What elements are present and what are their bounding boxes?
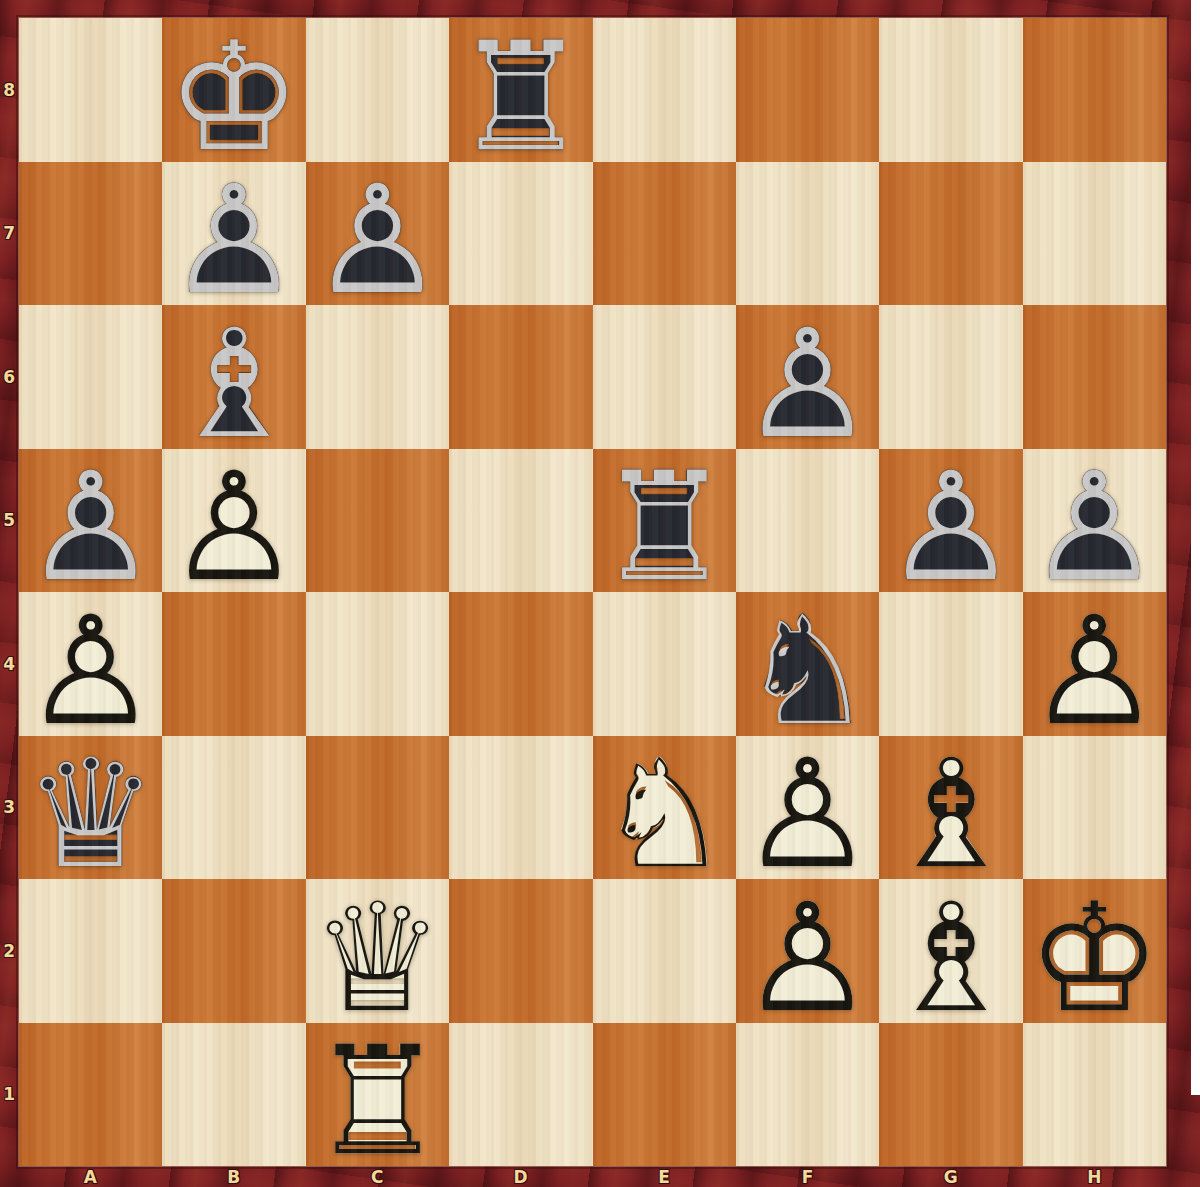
file-label-a: A [19, 1166, 162, 1187]
knight-outline-icon: ♘ [593, 743, 736, 887]
square-c4[interactable] [306, 592, 449, 736]
pawn-outline-icon: ♙ [1023, 456, 1166, 600]
pawn-icon: ♟ [306, 169, 449, 313]
chess-diagram: ♚♔♜♖♟♙♟♙♝♗♟♙♟♙♟♙♜♖♟♙♟♙♟♙♞♘♟♙♛♕♞♘♟♙♝♗♛♕♟♙… [0, 0, 1200, 1187]
square-h1[interactable] [1023, 1023, 1166, 1167]
pawn-icon: ♟ [736, 312, 879, 456]
square-d7[interactable] [449, 162, 592, 306]
pawn-icon: ♟ [1023, 599, 1166, 743]
square-a2[interactable] [19, 879, 162, 1023]
square-e2[interactable] [593, 879, 736, 1023]
file-label-f: F [736, 1166, 879, 1187]
square-g2[interactable]: ♝♗ [879, 879, 1022, 1023]
rank-label-2: 2 [0, 879, 19, 1023]
square-a5[interactable]: ♟♙ [19, 449, 162, 593]
pawn-icon: ♟ [1023, 456, 1166, 600]
square-d6[interactable] [449, 305, 592, 449]
square-b7[interactable]: ♟♙ [162, 162, 305, 306]
pawn-outline-icon: ♙ [1023, 599, 1166, 743]
pawn-icon: ♟ [19, 456, 162, 600]
pawn-outline-icon: ♙ [162, 456, 305, 600]
square-g8[interactable] [879, 18, 1022, 162]
bishop-outline-icon: ♗ [879, 743, 1022, 887]
rank-label-5: 5 [0, 449, 19, 593]
rank-label-6: 6 [0, 305, 19, 449]
piece-white-pawn-f2[interactable]: ♟♙ [736, 879, 879, 1023]
square-f1[interactable] [736, 1023, 879, 1167]
piece-white-rook-c1[interactable]: ♜♖ [306, 1023, 449, 1167]
piece-black-king-b8[interactable]: ♚♔ [162, 18, 305, 162]
square-b2[interactable] [162, 879, 305, 1023]
rook-outline-icon: ♖ [306, 1030, 449, 1174]
piece-black-pawn-c7[interactable]: ♟♙ [306, 162, 449, 306]
square-b6[interactable]: ♝♗ [162, 305, 305, 449]
square-a8[interactable] [19, 18, 162, 162]
pawn-icon: ♟ [162, 169, 305, 313]
file-label-c: C [306, 1166, 449, 1187]
square-e7[interactable] [593, 162, 736, 306]
square-c1[interactable]: ♜♖ [306, 1023, 449, 1167]
bishop-icon: ♝ [879, 743, 1022, 887]
bishop-outline-icon: ♗ [162, 312, 305, 456]
square-f2[interactable]: ♟♙ [736, 879, 879, 1023]
square-c7[interactable]: ♟♙ [306, 162, 449, 306]
square-c8[interactable] [306, 18, 449, 162]
square-g5[interactable]: ♟♙ [879, 449, 1022, 593]
file-label-h: H [1023, 1166, 1166, 1187]
knight-outline-icon: ♘ [736, 599, 879, 743]
queen-outline-icon: ♕ [19, 743, 162, 887]
square-h4[interactable]: ♟♙ [1023, 592, 1166, 736]
square-g1[interactable] [879, 1023, 1022, 1167]
piece-white-pawn-h4[interactable]: ♟♙ [1023, 592, 1166, 736]
square-b3[interactable] [162, 736, 305, 880]
piece-white-pawn-b5[interactable]: ♟♙ [162, 449, 305, 593]
bishop-icon: ♝ [879, 886, 1022, 1030]
piece-white-pawn-f3[interactable]: ♟♙ [736, 736, 879, 880]
square-e5[interactable]: ♜♖ [593, 449, 736, 593]
square-f4[interactable]: ♞♘ [736, 592, 879, 736]
piece-white-bishop-g3[interactable]: ♝♗ [879, 736, 1022, 880]
square-b8[interactable]: ♚♔ [162, 18, 305, 162]
square-f8[interactable] [736, 18, 879, 162]
knight-icon: ♞ [593, 743, 736, 887]
pawn-outline-icon: ♙ [306, 169, 449, 313]
square-d2[interactable] [449, 879, 592, 1023]
file-label-g: G [879, 1166, 1022, 1187]
piece-white-knight-e3[interactable]: ♞♘ [593, 736, 736, 880]
square-d3[interactable] [449, 736, 592, 880]
piece-black-bishop-b6[interactable]: ♝♗ [162, 305, 305, 449]
bishop-outline-icon: ♗ [879, 886, 1022, 1030]
square-c2[interactable]: ♛♕ [306, 879, 449, 1023]
pawn-icon: ♟ [162, 456, 305, 600]
square-g7[interactable] [879, 162, 1022, 306]
square-a3[interactable]: ♛♕ [19, 736, 162, 880]
king-outline-icon: ♔ [162, 25, 305, 169]
square-c3[interactable] [306, 736, 449, 880]
square-e6[interactable] [593, 305, 736, 449]
pawn-icon: ♟ [736, 743, 879, 887]
rank-label-8: 8 [0, 18, 19, 162]
square-d5[interactable] [449, 449, 592, 593]
square-c6[interactable] [306, 305, 449, 449]
rank-label-3: 3 [0, 736, 19, 880]
square-h3[interactable] [1023, 736, 1166, 880]
square-h8[interactable] [1023, 18, 1166, 162]
king-outline-icon: ♔ [1023, 886, 1166, 1030]
square-g6[interactable] [879, 305, 1022, 449]
piece-white-bishop-g2[interactable]: ♝♗ [879, 879, 1022, 1023]
square-b5[interactable]: ♟♙ [162, 449, 305, 593]
piece-black-pawn-g5[interactable]: ♟♙ [879, 449, 1022, 593]
rank-label-4: 4 [0, 592, 19, 736]
scan-edge-artifact [1191, 0, 1200, 1095]
pawn-icon: ♟ [736, 886, 879, 1030]
rook-icon: ♜ [306, 1030, 449, 1174]
piece-black-pawn-a5[interactable]: ♟♙ [19, 449, 162, 593]
square-f3[interactable]: ♟♙ [736, 736, 879, 880]
square-f5[interactable] [736, 449, 879, 593]
knight-icon: ♞ [736, 599, 879, 743]
square-a7[interactable] [19, 162, 162, 306]
square-e3[interactable]: ♞♘ [593, 736, 736, 880]
file-label-e: E [593, 1166, 736, 1187]
rank-label-1: 1 [0, 1023, 19, 1167]
piece-white-queen-c2[interactable]: ♛♕ [306, 879, 449, 1023]
square-e1[interactable] [593, 1023, 736, 1167]
square-h2[interactable]: ♚♔ [1023, 879, 1166, 1023]
piece-black-pawn-b7[interactable]: ♟♙ [162, 162, 305, 306]
queen-outline-icon: ♕ [306, 886, 449, 1030]
piece-black-pawn-h5[interactable]: ♟♙ [1023, 449, 1166, 593]
square-f7[interactable] [736, 162, 879, 306]
square-a6[interactable] [19, 305, 162, 449]
square-h5[interactable]: ♟♙ [1023, 449, 1166, 593]
pawn-icon: ♟ [879, 456, 1022, 600]
rook-icon: ♜ [449, 25, 592, 169]
file-label-d: D [449, 1166, 592, 1187]
file-label-b: B [162, 1166, 305, 1187]
bishop-icon: ♝ [162, 312, 305, 456]
queen-icon: ♛ [306, 886, 449, 1030]
square-h7[interactable] [1023, 162, 1166, 306]
square-c5[interactable] [306, 449, 449, 593]
piece-white-pawn-a4[interactable]: ♟♙ [19, 592, 162, 736]
pawn-outline-icon: ♙ [736, 312, 879, 456]
pawn-outline-icon: ♙ [736, 886, 879, 1030]
square-f6[interactable]: ♟♙ [736, 305, 879, 449]
square-d1[interactable] [449, 1023, 592, 1167]
rook-outline-icon: ♖ [593, 456, 736, 600]
square-g4[interactable] [879, 592, 1022, 736]
square-e4[interactable] [593, 592, 736, 736]
piece-black-queen-a3[interactable]: ♛♕ [19, 736, 162, 880]
pawn-outline-icon: ♙ [19, 456, 162, 600]
pawn-icon: ♟ [19, 599, 162, 743]
pawn-outline-icon: ♙ [162, 169, 305, 313]
piece-white-king-h2[interactable]: ♚♔ [1023, 879, 1166, 1023]
square-e8[interactable] [593, 18, 736, 162]
king-icon: ♚ [1023, 886, 1166, 1030]
rook-icon: ♜ [593, 456, 736, 600]
square-b4[interactable] [162, 592, 305, 736]
rook-outline-icon: ♖ [449, 25, 592, 169]
piece-black-rook-d8[interactable]: ♜♖ [449, 18, 592, 162]
piece-black-rook-e5[interactable]: ♜♖ [593, 449, 736, 593]
square-d4[interactable] [449, 592, 592, 736]
rank-label-7: 7 [0, 162, 19, 306]
square-b1[interactable] [162, 1023, 305, 1167]
square-a1[interactable] [19, 1023, 162, 1167]
board: ♚♔♜♖♟♙♟♙♝♗♟♙♟♙♟♙♜♖♟♙♟♙♟♙♞♘♟♙♛♕♞♘♟♙♝♗♛♕♟♙… [19, 18, 1166, 1166]
piece-black-knight-f4[interactable]: ♞♘ [736, 592, 879, 736]
pawn-outline-icon: ♙ [736, 743, 879, 887]
square-g3[interactable]: ♝♗ [879, 736, 1022, 880]
square-h6[interactable] [1023, 305, 1166, 449]
queen-icon: ♛ [19, 743, 162, 887]
piece-black-pawn-f6[interactable]: ♟♙ [736, 305, 879, 449]
king-icon: ♚ [162, 25, 305, 169]
pawn-outline-icon: ♙ [19, 599, 162, 743]
square-d8[interactable]: ♜♖ [449, 18, 592, 162]
square-a4[interactable]: ♟♙ [19, 592, 162, 736]
pawn-outline-icon: ♙ [879, 456, 1022, 600]
